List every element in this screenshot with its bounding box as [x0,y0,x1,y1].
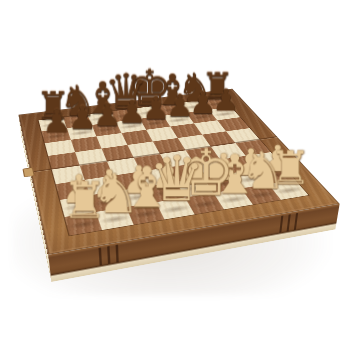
piece-black-pawn-a7[interactable]: ♟ [28,104,85,136]
spine-groove [116,245,119,263]
spine-groove [287,214,291,231]
spine-groove [107,246,110,264]
scene: ♜♞♝♛♚♝♞♜♟♟♟♟♟♟♟♟♟♟♟♟♟♟♟♟♜♞♝♛♚♝♞♜ [0,0,350,350]
product-photo-stage: ♜♞♝♛♚♝♞♜♟♟♟♟♟♟♟♟♟♟♟♟♟♟♟♟♜♞♝♛♚♝♞♜ rnbqkbn… [0,0,350,350]
spine-groove [294,213,298,230]
spine-groove [99,248,102,266]
chess-board: ♜♞♝♛♚♝♞♜♟♟♟♟♟♟♟♟♟♟♟♟♟♟♟♟♜♞♝♛♚♝♞♜ [18,89,339,255]
spine-groove [279,216,283,233]
hinge-clasp [22,167,34,177]
piece-white-rook-a1[interactable]: ♜ [48,175,120,225]
